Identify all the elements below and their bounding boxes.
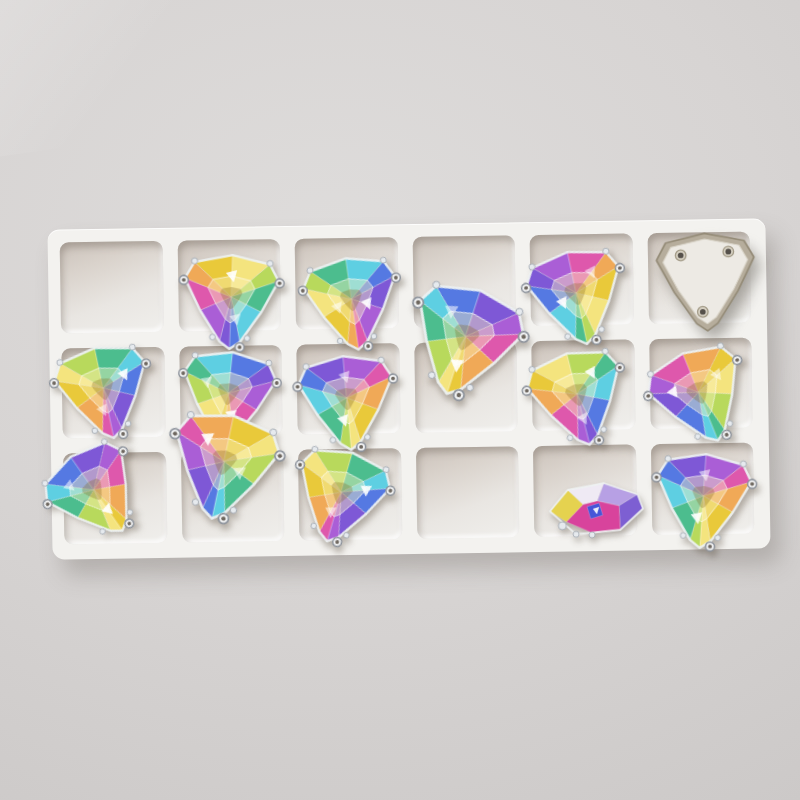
tray-compartment-r1-c3: [295, 237, 399, 329]
tray-grid: [60, 232, 755, 545]
storage-tray: [47, 218, 770, 559]
tray-compartment-r2-c1: [61, 347, 165, 439]
tray-compartment-r3-c5: [533, 445, 637, 537]
tray-compartment-r2-c6: [649, 337, 753, 429]
tray-compartment-r1-c6: [647, 232, 751, 324]
tray-compartment-r2-c5: [531, 339, 635, 431]
tray-compartment-r1-c1: [60, 241, 164, 333]
tray-compartment-r3-c4: [415, 447, 519, 539]
tray-compartment-r1-c5: [530, 233, 634, 325]
photo-background: [0, 0, 800, 800]
tray-compartment-r1-c4: [412, 235, 516, 327]
tray-compartment-r2-c3: [296, 343, 400, 435]
tray-compartment-r1-c2: [177, 239, 281, 331]
tray-compartment-r3-c6: [650, 443, 754, 535]
tray-compartment-r2-c2: [179, 345, 283, 437]
tray-compartment-r2-c4: [414, 341, 518, 433]
tray-compartment-r3-c2: [180, 450, 284, 542]
tray-compartment-r3-c3: [298, 448, 402, 540]
tray-compartment-r3-c1: [63, 452, 167, 544]
